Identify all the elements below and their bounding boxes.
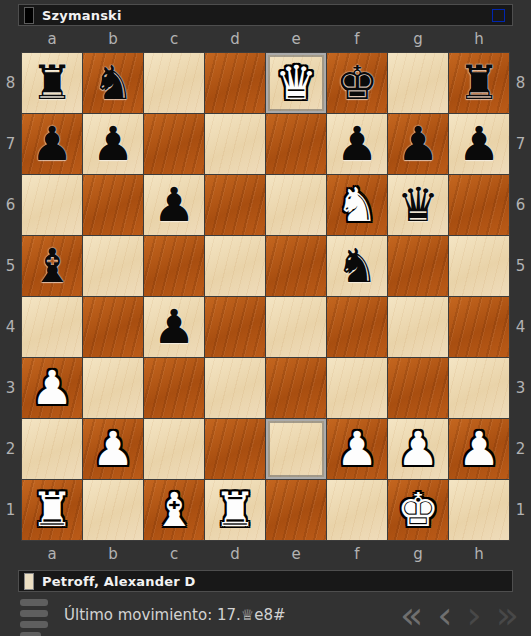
square-h6[interactable] (449, 175, 509, 235)
file-label-c: c (144, 26, 204, 52)
square-e3[interactable] (266, 358, 326, 418)
file-label-b: b (83, 541, 143, 567)
square-e1[interactable] (266, 480, 326, 540)
file-label-f: f (327, 541, 387, 567)
file-label-g: g (388, 541, 448, 567)
square-c6[interactable]: ♟ (144, 175, 204, 235)
square-a7[interactable]: ♟ (22, 114, 82, 174)
square-f6[interactable]: ♞ (327, 175, 387, 235)
rank-label-4: 4 (0, 297, 21, 357)
first-move-button[interactable]: « (400, 596, 423, 634)
status-bar: Último movimiento: 17.♕e8# «‹›» (0, 594, 531, 636)
last-move-text: Último movimiento: 17.♕e8# (64, 606, 286, 624)
square-a4[interactable] (22, 297, 82, 357)
piece-black-rook[interactable]: ♜ (449, 53, 509, 113)
square-d8[interactable] (205, 53, 265, 113)
rank-label-7: 7 (510, 114, 531, 174)
square-a1[interactable]: ♜ (22, 480, 82, 540)
square-c1[interactable]: ♝ (144, 480, 204, 540)
square-h7[interactable]: ♟ (449, 114, 509, 174)
piece-black-pawn[interactable]: ♟ (83, 114, 143, 174)
black-color-indicator (24, 7, 34, 24)
square-g3[interactable] (388, 358, 448, 418)
square-e5[interactable] (266, 236, 326, 296)
square-b6[interactable] (83, 175, 143, 235)
square-b7[interactable]: ♟ (83, 114, 143, 174)
square-d3[interactable] (205, 358, 265, 418)
piece-white-rook[interactable]: ♜ (205, 480, 265, 540)
square-h2[interactable]: ♟ (449, 419, 509, 479)
move-navigation: «‹›» (400, 596, 519, 634)
square-e8[interactable]: ♛ (266, 53, 326, 113)
square-c2[interactable] (144, 419, 204, 479)
square-f8[interactable]: ♚ (327, 53, 387, 113)
next-move-button: › (467, 596, 482, 634)
piece-black-pawn[interactable]: ♟ (388, 114, 448, 174)
square-a3[interactable]: ♟ (22, 358, 82, 418)
square-b3[interactable] (83, 358, 143, 418)
piece-white-pawn[interactable]: ♟ (388, 419, 448, 479)
square-h4[interactable] (449, 297, 509, 357)
square-g2[interactable]: ♟ (388, 419, 448, 479)
square-b4[interactable] (83, 297, 143, 357)
rank-label-4: 4 (510, 297, 531, 357)
file-label-a: a (22, 541, 82, 567)
piece-black-pawn[interactable]: ♟ (449, 114, 509, 174)
square-b8[interactable]: ♞ (83, 53, 143, 113)
square-a5[interactable]: ♝ (22, 236, 82, 296)
piece-black-pawn[interactable]: ♟ (144, 297, 204, 357)
square-c3[interactable] (144, 358, 204, 418)
square-e4[interactable] (266, 297, 326, 357)
rank-label-1: 1 (0, 480, 21, 540)
square-f5[interactable]: ♞ (327, 236, 387, 296)
rank-label-3: 3 (0, 358, 21, 418)
file-label-a: a (22, 26, 82, 52)
square-h8[interactable]: ♜ (449, 53, 509, 113)
square-c7[interactable] (144, 114, 204, 174)
piece-white-queen[interactable]: ♛ (266, 53, 326, 113)
file-label-g: g (388, 26, 448, 52)
piece-black-knight[interactable]: ♞ (327, 236, 387, 296)
menu-icon[interactable] (20, 599, 48, 636)
rank-label-5: 5 (0, 236, 21, 296)
square-a2[interactable] (22, 419, 82, 479)
square-h3[interactable] (449, 358, 509, 418)
file-label-e: e (266, 26, 326, 52)
square-b5[interactable] (83, 236, 143, 296)
square-g5[interactable] (388, 236, 448, 296)
square-g4[interactable] (388, 297, 448, 357)
piece-white-pawn[interactable]: ♟ (83, 419, 143, 479)
square-e7[interactable] (266, 114, 326, 174)
rank-label-8: 8 (0, 53, 21, 113)
square-b2[interactable]: ♟ (83, 419, 143, 479)
file-label-c: c (144, 541, 204, 567)
file-labels-bottom: abcdefgh (22, 541, 531, 567)
piece-black-pawn[interactable]: ♟ (144, 175, 204, 235)
piece-white-king[interactable]: ♚ (388, 480, 448, 540)
piece-white-bishop[interactable]: ♝ (144, 480, 204, 540)
square-d1[interactable]: ♜ (205, 480, 265, 540)
chess-board: ♜♞♛♚♜♟♟♟♟♟♟♞♛♝♞♟♟♟♟♟♟♜♝♜♚ (21, 52, 510, 541)
turn-indicator-led (492, 9, 505, 22)
piece-white-pawn[interactable]: ♟ (22, 358, 82, 418)
black-player-name: Szymanski (42, 8, 122, 23)
piece-black-king[interactable]: ♚ (327, 53, 387, 113)
square-h5[interactable] (449, 236, 509, 296)
square-a8[interactable]: ♜ (22, 53, 82, 113)
square-c4[interactable]: ♟ (144, 297, 204, 357)
square-e2[interactable] (266, 419, 326, 479)
rank-label-1: 1 (510, 480, 531, 540)
rank-label-2: 2 (510, 419, 531, 479)
square-h1[interactable] (449, 480, 509, 540)
piece-black-bishop[interactable]: ♝ (22, 236, 82, 296)
square-g7[interactable]: ♟ (388, 114, 448, 174)
piece-white-rook[interactable]: ♜ (22, 480, 82, 540)
square-b1[interactable] (83, 480, 143, 540)
square-c5[interactable] (144, 236, 204, 296)
piece-black-pawn[interactable]: ♟ (327, 114, 387, 174)
file-label-b: b (83, 26, 143, 52)
rank-label-7: 7 (0, 114, 21, 174)
square-f3[interactable] (327, 358, 387, 418)
file-label-d: d (205, 541, 265, 567)
rank-label-6: 6 (510, 175, 531, 235)
white-color-indicator (24, 573, 34, 590)
square-f7[interactable]: ♟ (327, 114, 387, 174)
square-d2[interactable] (205, 419, 265, 479)
piece-black-pawn[interactable]: ♟ (22, 114, 82, 174)
piece-black-rook[interactable]: ♜ (22, 53, 82, 113)
player-bar-black: Szymanski (18, 4, 513, 26)
piece-white-pawn[interactable]: ♟ (327, 419, 387, 479)
file-label-e: e (266, 541, 326, 567)
rank-label-5: 5 (510, 236, 531, 296)
file-label-h: h (449, 541, 509, 567)
rank-labels-right: 87654321 (510, 52, 531, 541)
file-labels-top: abcdefgh (22, 26, 531, 52)
last-move-button: » (496, 596, 519, 634)
previous-move-button[interactable]: ‹ (437, 596, 452, 634)
square-d6[interactable] (205, 175, 265, 235)
rank-label-2: 2 (0, 419, 21, 479)
square-e6[interactable] (266, 175, 326, 235)
white-player-name: Petroff, Alexander D (42, 574, 196, 589)
rank-label-3: 3 (510, 358, 531, 418)
square-g8[interactable] (388, 53, 448, 113)
square-c8[interactable] (144, 53, 204, 113)
file-label-f: f (327, 26, 387, 52)
piece-black-queen[interactable]: ♛ (388, 175, 448, 235)
square-a6[interactable] (22, 175, 82, 235)
file-label-d: d (205, 26, 265, 52)
square-g6[interactable]: ♛ (388, 175, 448, 235)
rank-label-6: 6 (0, 175, 21, 235)
piece-white-pawn[interactable]: ♟ (449, 419, 509, 479)
file-label-h: h (449, 26, 509, 52)
square-g1[interactable]: ♚ (388, 480, 448, 540)
rank-label-8: 8 (510, 53, 531, 113)
square-d7[interactable] (205, 114, 265, 174)
player-bar-white: Petroff, Alexander D (18, 570, 513, 592)
piece-white-knight[interactable]: ♞ (327, 175, 387, 235)
rank-labels-left: 87654321 (0, 52, 21, 541)
square-d4[interactable] (205, 297, 265, 357)
square-d5[interactable] (205, 236, 265, 296)
square-f1[interactable] (327, 480, 387, 540)
piece-black-knight[interactable]: ♞ (83, 53, 143, 113)
square-f4[interactable] (327, 297, 387, 357)
square-f2[interactable]: ♟ (327, 419, 387, 479)
